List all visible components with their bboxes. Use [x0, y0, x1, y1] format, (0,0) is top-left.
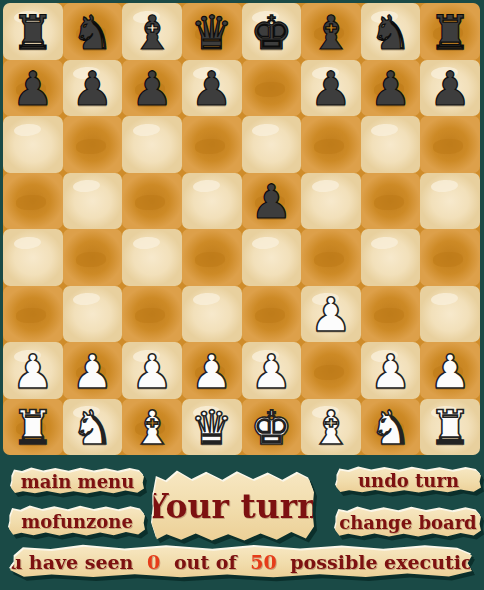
square-a6[interactable]: [3, 116, 63, 173]
game-screen: ♜♞♝♛♚♝♞♜♟♟♟♟♟♟♟♟♟♟♟♟♟♟♟♟♜♞♝♛♚♝♞♜ main me…: [0, 0, 484, 590]
square-h8[interactable]: ♜: [420, 3, 480, 60]
square-d3[interactable]: [182, 286, 242, 343]
square-b7[interactable]: ♟: [63, 60, 123, 117]
square-e6[interactable]: [242, 116, 302, 173]
square-g1[interactable]: ♞: [361, 399, 421, 456]
mofunzone-banner: mofunzone: [9, 507, 145, 536]
turn-banner: Your turn: [152, 471, 314, 542]
square-g4[interactable]: [361, 229, 421, 286]
black-pawn[interactable]: ♟: [12, 65, 54, 112]
square-d1[interactable]: ♛: [182, 399, 242, 456]
black-bishop[interactable]: ♝: [131, 9, 173, 56]
white-pawn[interactable]: ♟: [429, 348, 471, 395]
square-h4[interactable]: [420, 229, 480, 286]
square-c6[interactable]: [122, 116, 182, 173]
square-f8[interactable]: ♝: [301, 3, 361, 60]
white-king[interactable]: ♚: [250, 404, 292, 451]
chess-board: ♜♞♝♛♚♝♞♜♟♟♟♟♟♟♟♟♟♟♟♟♟♟♟♟♜♞♝♛♚♝♞♜: [3, 3, 480, 455]
square-e8[interactable]: ♚: [242, 3, 302, 60]
square-c3[interactable]: [122, 286, 182, 343]
mofunzone-label: mofunzone: [21, 511, 133, 532]
square-c5[interactable]: [122, 173, 182, 230]
executions-status-bar: You have seen 0 out of 50 possible execu…: [10, 546, 472, 578]
black-pawn[interactable]: ♟: [131, 65, 173, 112]
black-knight[interactable]: ♞: [71, 9, 113, 56]
black-pawn[interactable]: ♟: [250, 178, 292, 225]
black-pawn[interactable]: ♟: [191, 65, 233, 112]
turn-indicator: Your turn: [152, 471, 314, 542]
square-b6[interactable]: [63, 116, 123, 173]
square-d8[interactable]: ♛: [182, 3, 242, 60]
main-menu-banner: main menu: [11, 469, 144, 494]
black-pawn[interactable]: ♟: [310, 65, 352, 112]
black-pawn[interactable]: ♟: [369, 65, 411, 112]
undo-turn-banner: undo turn: [336, 468, 481, 493]
square-a7[interactable]: ♟: [3, 60, 63, 117]
white-bishop[interactable]: ♝: [310, 404, 352, 451]
square-b5[interactable]: [63, 173, 123, 230]
square-b2[interactable]: ♟: [63, 342, 123, 399]
square-d2[interactable]: ♟: [182, 342, 242, 399]
black-rook[interactable]: ♜: [12, 9, 54, 56]
executions-total-count: 50: [250, 551, 276, 573]
white-pawn[interactable]: ♟: [191, 348, 233, 395]
square-c4[interactable]: [122, 229, 182, 286]
square-f6[interactable]: [301, 116, 361, 173]
square-h6[interactable]: [420, 116, 480, 173]
square-b1[interactable]: ♞: [63, 399, 123, 456]
square-e7[interactable]: [242, 60, 302, 117]
square-e1[interactable]: ♚: [242, 399, 302, 456]
square-g6[interactable]: [361, 116, 421, 173]
turn-label: Your turn: [145, 487, 321, 526]
white-pawn[interactable]: ♟: [71, 348, 113, 395]
square-b8[interactable]: ♞: [63, 3, 123, 60]
square-c2[interactable]: ♟: [122, 342, 182, 399]
white-pawn[interactable]: ♟: [310, 291, 352, 338]
square-b4[interactable]: [63, 229, 123, 286]
square-d6[interactable]: [182, 116, 242, 173]
square-f5[interactable]: [301, 173, 361, 230]
status-text: You have seen 0 out of 50 possible execu…: [0, 551, 484, 573]
square-a8[interactable]: ♜: [3, 3, 63, 60]
square-a1[interactable]: ♜: [3, 399, 63, 456]
square-d7[interactable]: ♟: [182, 60, 242, 117]
square-a2[interactable]: ♟: [3, 342, 63, 399]
square-e3[interactable]: [242, 286, 302, 343]
square-a3[interactable]: [3, 286, 63, 343]
square-a4[interactable]: [3, 229, 63, 286]
white-pawn[interactable]: ♟: [131, 348, 173, 395]
square-e5[interactable]: ♟: [242, 173, 302, 230]
square-f1[interactable]: ♝: [301, 399, 361, 456]
white-pawn[interactable]: ♟: [12, 348, 54, 395]
square-h7[interactable]: ♟: [420, 60, 480, 117]
square-f4[interactable]: [301, 229, 361, 286]
square-c8[interactable]: ♝: [122, 3, 182, 60]
black-knight[interactable]: ♞: [369, 9, 411, 56]
mofunzone-button[interactable]: mofunzone: [9, 507, 145, 536]
white-pawn[interactable]: ♟: [250, 348, 292, 395]
executions-seen-count: 0: [147, 551, 160, 573]
change-board-banner: change board: [335, 508, 481, 537]
square-f7[interactable]: ♟: [301, 60, 361, 117]
status-banner: You have seen 0 out of 50 possible execu…: [10, 546, 472, 578]
square-e2[interactable]: ♟: [242, 342, 302, 399]
main-menu-button[interactable]: main menu: [11, 469, 144, 494]
black-rook[interactable]: ♜: [429, 9, 471, 56]
white-rook[interactable]: ♜: [12, 404, 54, 451]
status-suffix: possible executions: [290, 551, 484, 573]
black-pawn[interactable]: ♟: [429, 65, 471, 112]
square-g8[interactable]: ♞: [361, 3, 421, 60]
square-d4[interactable]: [182, 229, 242, 286]
black-pawn[interactable]: ♟: [71, 65, 113, 112]
change-board-label: change board: [339, 512, 476, 533]
square-h3[interactable]: [420, 286, 480, 343]
change-board-button[interactable]: change board: [335, 508, 481, 537]
square-f2[interactable]: [301, 342, 361, 399]
undo-turn-button[interactable]: undo turn: [336, 468, 481, 493]
white-bishop[interactable]: ♝: [131, 404, 173, 451]
square-c1[interactable]: ♝: [122, 399, 182, 456]
square-d5[interactable]: [182, 173, 242, 230]
square-g5[interactable]: [361, 173, 421, 230]
black-queen[interactable]: ♛: [191, 9, 233, 56]
undo-turn-label: undo turn: [358, 470, 459, 491]
black-bishop[interactable]: ♝: [310, 9, 352, 56]
square-g3[interactable]: [361, 286, 421, 343]
status-prefix: You have seen: [0, 551, 133, 573]
white-queen[interactable]: ♛: [191, 404, 233, 451]
square-f3[interactable]: ♟: [301, 286, 361, 343]
square-h2[interactable]: ♟: [420, 342, 480, 399]
square-h5[interactable]: [420, 173, 480, 230]
status-middle: out of: [174, 551, 237, 573]
white-rook[interactable]: ♜: [429, 404, 471, 451]
white-knight[interactable]: ♞: [369, 404, 411, 451]
black-king[interactable]: ♚: [250, 9, 292, 56]
square-b3[interactable]: [63, 286, 123, 343]
square-g2[interactable]: ♟: [361, 342, 421, 399]
main-menu-label: main menu: [21, 471, 135, 492]
white-knight[interactable]: ♞: [71, 404, 113, 451]
white-pawn[interactable]: ♟: [369, 348, 411, 395]
square-g7[interactable]: ♟: [361, 60, 421, 117]
square-c7[interactable]: ♟: [122, 60, 182, 117]
square-e4[interactable]: [242, 229, 302, 286]
square-a5[interactable]: [3, 173, 63, 230]
square-h1[interactable]: ♜: [420, 399, 480, 456]
